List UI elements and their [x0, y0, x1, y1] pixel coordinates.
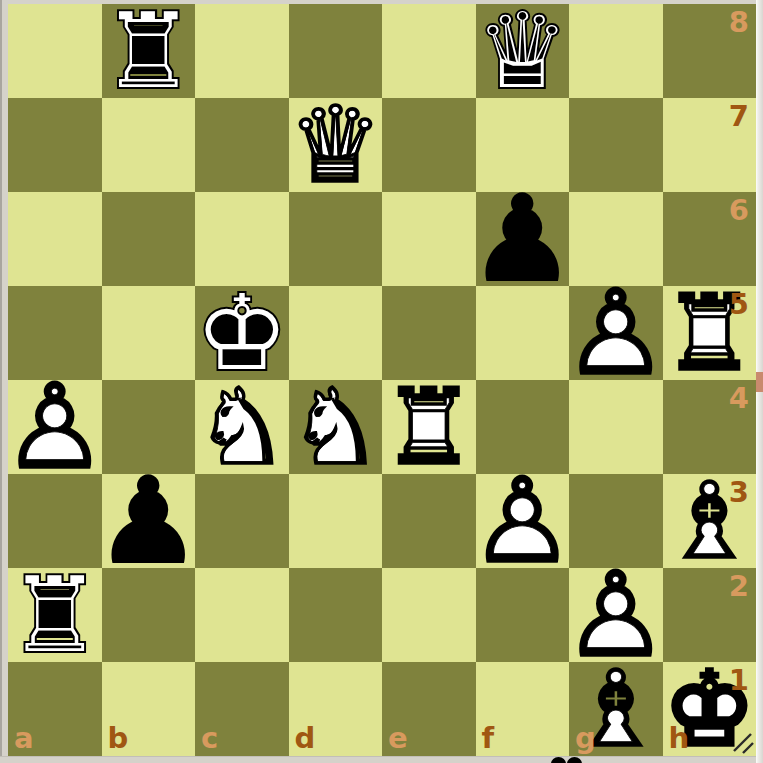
square-e7[interactable] [382, 98, 476, 192]
square-h3[interactable]: ♝♗3 [663, 474, 757, 568]
square-d1[interactable]: d [289, 662, 383, 756]
square-g1[interactable]: ♝♗g [569, 662, 663, 756]
square-e6[interactable] [382, 192, 476, 286]
square-a8[interactable] [8, 4, 102, 98]
rank-label-2: 2 [729, 572, 749, 601]
square-e1[interactable]: e [382, 662, 476, 756]
square-b7[interactable] [102, 98, 196, 192]
queen-detail-glyph: ♕ [476, 4, 570, 98]
square-e4[interactable]: ♜♖ [382, 380, 476, 474]
square-e8[interactable] [382, 4, 476, 98]
square-f3[interactable]: ♟♙ [476, 474, 570, 568]
square-a6[interactable] [8, 192, 102, 286]
square-f2[interactable] [476, 568, 570, 662]
black-pawn-b3[interactable]: ♟♙ [102, 474, 196, 568]
square-b3[interactable]: ♟♙ [102, 474, 196, 568]
square-d4[interactable]: ♞♘ [289, 380, 383, 474]
rank-label-1: 1 [729, 666, 749, 695]
window-left-edge [0, 0, 2, 763]
file-label-a: a [14, 724, 34, 753]
square-e2[interactable] [382, 568, 476, 662]
square-g4[interactable] [569, 380, 663, 474]
square-b2[interactable] [102, 568, 196, 662]
rank-label-5: 5 [729, 290, 749, 319]
resize-grip-icon[interactable] [730, 730, 754, 754]
black-rook-a2[interactable]: ♜♖ [8, 568, 102, 662]
black-rook-b8[interactable]: ♜♖ [102, 4, 196, 98]
square-e3[interactable] [382, 474, 476, 568]
rank-label-4: 4 [729, 384, 749, 413]
white-pawn-f3[interactable]: ♟♙ [476, 474, 570, 568]
square-b5[interactable] [102, 286, 196, 380]
rank-label-3: 3 [729, 478, 749, 507]
file-label-f: f [482, 724, 495, 753]
square-d3[interactable] [289, 474, 383, 568]
square-g7[interactable] [569, 98, 663, 192]
square-c8[interactable] [195, 4, 289, 98]
square-a4[interactable]: ♟♙ [8, 380, 102, 474]
chess-board: ♜♖♛♕8♛♕7♟♙6♚♔♟♙♜♖5♟♙♞♘♞♘♜♖4♟♙♟♙♝♗3♜♖♟♙2a… [8, 4, 756, 756]
black-queen-f8[interactable]: ♛♕ [476, 4, 570, 98]
file-label-d: d [295, 724, 316, 753]
square-h8[interactable]: 8 [663, 4, 757, 98]
square-d6[interactable] [289, 192, 383, 286]
rank-label-7: 7 [729, 102, 749, 131]
rook-detail-glyph: ♖ [102, 4, 196, 98]
rook-detail-glyph: ♖ [382, 380, 476, 474]
square-c1[interactable]: c [195, 662, 289, 756]
pawn-detail-glyph: ♙ [476, 474, 570, 568]
pawn-glyph: ♟ [476, 192, 570, 286]
square-c4[interactable]: ♞♘ [195, 380, 289, 474]
square-f5[interactable] [476, 286, 570, 380]
rank-label-8: 8 [729, 8, 749, 37]
rook-detail-glyph: ♖ [8, 568, 102, 662]
file-label-c: c [201, 724, 218, 753]
white-knight-d4[interactable]: ♞♘ [289, 380, 383, 474]
square-g5[interactable]: ♟♙ [569, 286, 663, 380]
white-queen-d7[interactable]: ♛♕ [289, 98, 383, 192]
square-b1[interactable]: b [102, 662, 196, 756]
rank-label-6: 6 [729, 196, 749, 225]
square-b8[interactable]: ♜♖ [102, 4, 196, 98]
black-pawn-f6[interactable]: ♟♙ [476, 192, 570, 286]
white-pawn-g5[interactable]: ♟♙ [569, 286, 663, 380]
pawn-detail-glyph: ♙ [8, 380, 102, 474]
square-c3[interactable] [195, 474, 289, 568]
queen-detail-glyph: ♕ [289, 98, 383, 192]
square-b6[interactable] [102, 192, 196, 286]
file-label-b: b [108, 724, 129, 753]
chess-app-screen: ♜♖♛♕8♛♕7♟♙6♚♔♟♙♜♖5♟♙♞♘♞♘♜♖4♟♙♟♙♝♗3♜♖♟♙2a… [0, 0, 763, 763]
square-c2[interactable] [195, 568, 289, 662]
square-d7[interactable]: ♛♕ [289, 98, 383, 192]
square-f8[interactable]: ♛♕ [476, 4, 570, 98]
square-d2[interactable] [289, 568, 383, 662]
pawn-glyph: ♟ [102, 474, 196, 568]
square-f6[interactable]: ♟♙ [476, 192, 570, 286]
white-rook-e4[interactable]: ♜♖ [382, 380, 476, 474]
pawn-detail-glyph: ♙ [569, 286, 663, 380]
white-knight-c4[interactable]: ♞♘ [195, 380, 289, 474]
square-a2[interactable]: ♜♖ [8, 568, 102, 662]
file-label-g: g [575, 724, 596, 753]
window-bottom-margin [0, 756, 763, 763]
square-h7[interactable]: 7 [663, 98, 757, 192]
file-label-e: e [388, 724, 408, 753]
clipped-black-piece-top [567, 757, 582, 763]
square-h5[interactable]: ♜♖5 [663, 286, 757, 380]
square-c7[interactable] [195, 98, 289, 192]
file-label-h: h [669, 724, 690, 753]
scrollbar-marker [756, 372, 763, 392]
scrollbar-track[interactable] [756, 0, 763, 763]
square-f1[interactable]: f [476, 662, 570, 756]
square-a1[interactable]: a [8, 662, 102, 756]
clipped-black-piece-top [551, 757, 566, 763]
knight-detail-glyph: ♘ [289, 380, 383, 474]
square-a7[interactable] [8, 98, 102, 192]
knight-detail-glyph: ♘ [195, 380, 289, 474]
square-g8[interactable] [569, 4, 663, 98]
white-pawn-a4[interactable]: ♟♙ [8, 380, 102, 474]
